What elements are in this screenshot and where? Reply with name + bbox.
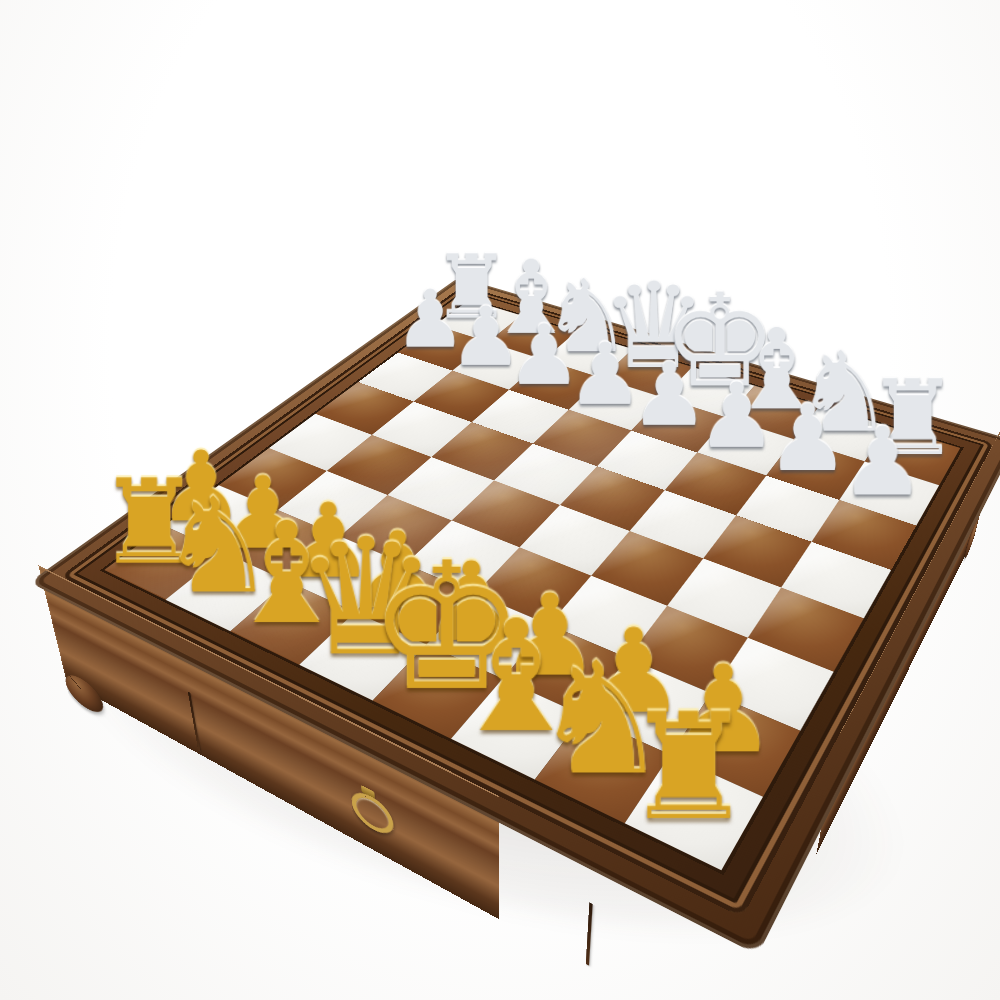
square-h1[interactable]: ♜	[625, 755, 763, 871]
drawer-seam-right	[586, 902, 593, 965]
piece-black-pawn[interactable]: ♟	[507, 314, 576, 397]
chess-case: ♜♝♞♛♚♝♞♜♟♟♟♟♟♟♟♟♟♟♟♟♟♟♟♟♜♞♝♛♚♝♞♜	[60, 286, 993, 918]
piece-black-pawn[interactable]: ♟	[840, 415, 918, 510]
bun-foot-left	[62, 668, 106, 719]
chess-set-scene: ♜♝♞♛♚♝♞♜♟♟♟♟♟♟♟♟♟♟♟♟♟♟♟♟♜♞♝♛♚♝♞♜	[0, 0, 1000, 1000]
piece-black-pawn[interactable]: ♟	[630, 351, 703, 438]
product-photo-stage: ♜♝♞♛♚♝♞♜♟♟♟♟♟♟♟♟♟♟♟♟♟♟♟♟♜♞♝♛♚♝♞♜	[0, 0, 1000, 1000]
piece-white-knight[interactable]: ♞	[532, 641, 634, 796]
piece-black-pawn[interactable]: ♟	[767, 393, 843, 485]
board-frame: ♜♝♞♛♚♝♞♜♟♟♟♟♟♟♟♟♟♟♟♟♟♟♟♟♜♞♝♛♚♝♞♜	[60, 286, 993, 918]
piece-black-pawn[interactable]: ♟	[567, 332, 638, 417]
piece-white-rook[interactable]: ♜	[623, 694, 729, 841]
piece-black-pawn[interactable]: ♟	[697, 371, 771, 461]
chess-board: ♜♝♞♛♚♝♞♜♟♟♟♟♟♟♟♟♟♟♟♟♟♟♟♟♜♞♝♛♚♝♞♜	[104, 300, 960, 871]
drawer-seam-left	[187, 691, 200, 751]
